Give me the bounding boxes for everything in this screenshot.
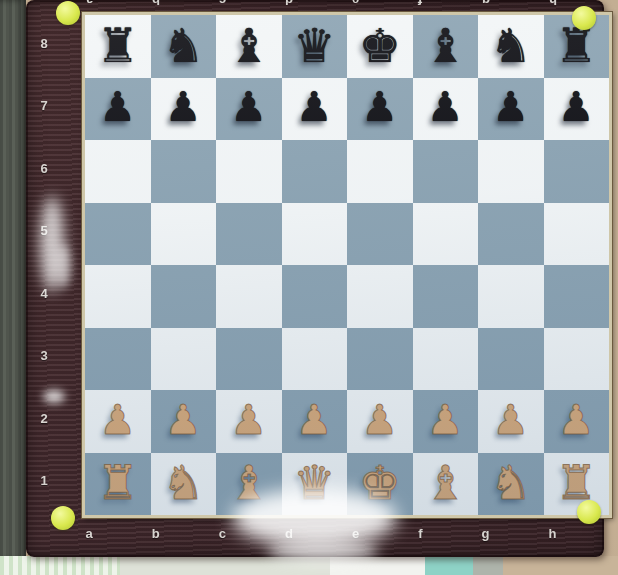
chessboard-photo-scene: 87654321 87654321 abcdefgh abcdefgh ♜♞♝♛…	[0, 0, 618, 575]
square-b7: ♟	[151, 78, 217, 141]
square-c8: ♝	[216, 15, 282, 78]
rank-label-left-4: 4	[40, 286, 47, 301]
square-d7: ♟	[282, 78, 348, 141]
square-g6	[478, 140, 544, 203]
black-king-e8: ♚	[359, 22, 401, 69]
square-f3	[413, 328, 479, 391]
black-pawn-b7: ♟	[165, 87, 202, 128]
square-a3	[85, 328, 151, 391]
white-queen-d1: ♛	[293, 459, 335, 506]
square-b2: ♟	[151, 390, 217, 453]
square-a1: ♜	[85, 453, 151, 516]
square-f1: ♝	[413, 453, 479, 516]
square-b6	[151, 140, 217, 203]
square-h7: ♟	[544, 78, 610, 141]
square-g5	[478, 203, 544, 266]
white-pawn-h2: ♟	[558, 400, 595, 441]
square-h2: ♟	[544, 390, 610, 453]
square-a8: ♜	[85, 15, 151, 78]
file-label-top-b: b	[152, 0, 160, 8]
square-g7: ♟	[478, 78, 544, 141]
file-label-bottom-b: b	[152, 526, 160, 541]
white-knight-g1: ♞	[490, 459, 532, 506]
square-e2: ♟	[347, 390, 413, 453]
square-d3	[282, 328, 348, 391]
rank-label-left-8: 8	[40, 36, 47, 51]
white-pawn-b2: ♟	[165, 400, 202, 441]
corner-pin-top-right	[572, 6, 596, 30]
black-pawn-g7: ♟	[492, 87, 529, 128]
corner-pin-bottom-right	[577, 500, 601, 524]
square-b3	[151, 328, 217, 391]
shelf-item	[0, 556, 120, 575]
square-a4	[85, 265, 151, 328]
background-left-object	[0, 0, 26, 560]
rank-label-left-1: 1	[40, 473, 47, 488]
square-f4	[413, 265, 479, 328]
rank-labels-left: 87654321	[34, 12, 54, 512]
file-label-top-f: f	[418, 0, 422, 8]
file-label-top-e: e	[352, 0, 359, 8]
square-d1: ♛	[282, 453, 348, 516]
shelf-item	[120, 556, 330, 575]
black-knight-b8: ♞	[162, 22, 204, 69]
black-pawn-f7: ♟	[427, 87, 464, 128]
square-g4	[478, 265, 544, 328]
play-area: ♜♞♝♛♚♝♞♜♟♟♟♟♟♟♟♟♟♟♟♟♟♟♟♟♜♞♝♛♚♝♞♜	[82, 12, 612, 518]
square-c2: ♟	[216, 390, 282, 453]
file-label-bottom-g: g	[482, 526, 490, 541]
square-b8: ♞	[151, 15, 217, 78]
file-labels-bottom: abcdefgh	[56, 524, 586, 542]
square-e8: ♚	[347, 15, 413, 78]
black-pawn-h7: ♟	[558, 87, 595, 128]
shelf-item	[425, 556, 473, 575]
square-d2: ♟	[282, 390, 348, 453]
square-f2: ♟	[413, 390, 479, 453]
square-g2: ♟	[478, 390, 544, 453]
corner-pin-top-left	[56, 1, 80, 25]
black-pawn-d7: ♟	[296, 87, 333, 128]
square-g3	[478, 328, 544, 391]
file-label-bottom-f: f	[418, 526, 422, 541]
square-g8: ♞	[478, 15, 544, 78]
square-b5	[151, 203, 217, 266]
square-c4	[216, 265, 282, 328]
square-h6	[544, 140, 610, 203]
background-shelf	[0, 556, 618, 575]
rank-label-left-7: 7	[40, 98, 47, 113]
square-b4	[151, 265, 217, 328]
shelf-item	[473, 556, 503, 575]
square-d5	[282, 203, 348, 266]
square-c5	[216, 203, 282, 266]
square-c6	[216, 140, 282, 203]
square-e6	[347, 140, 413, 203]
square-d6	[282, 140, 348, 203]
square-a5	[85, 203, 151, 266]
file-label-bottom-d: d	[285, 526, 293, 541]
file-label-bottom-h: h	[549, 526, 557, 541]
file-label-top-g: g	[482, 0, 490, 8]
white-pawn-c2: ♟	[230, 400, 267, 441]
square-a2: ♟	[85, 390, 151, 453]
file-label-top-d: d	[285, 0, 293, 8]
white-bishop-f1: ♝	[424, 459, 466, 506]
file-label-top-a: a	[86, 0, 93, 8]
white-bishop-c1: ♝	[228, 459, 270, 506]
square-d8: ♛	[282, 15, 348, 78]
square-f6	[413, 140, 479, 203]
square-a6	[85, 140, 151, 203]
square-h3	[544, 328, 610, 391]
file-label-bottom-a: a	[86, 526, 93, 541]
black-bishop-f8: ♝	[424, 22, 466, 69]
black-pawn-c7: ♟	[230, 87, 267, 128]
square-e5	[347, 203, 413, 266]
white-king-e1: ♚	[359, 459, 401, 506]
square-e1: ♚	[347, 453, 413, 516]
black-knight-g8: ♞	[490, 22, 532, 69]
shelf-item	[330, 556, 425, 575]
chessboard-frame: 87654321 87654321 abcdefgh abcdefgh ♜♞♝♛…	[26, 0, 604, 557]
chessboard: ♜♞♝♛♚♝♞♜♟♟♟♟♟♟♟♟♟♟♟♟♟♟♟♟♜♞♝♛♚♝♞♜	[85, 15, 609, 515]
file-label-bottom-e: e	[352, 526, 359, 541]
square-d4	[282, 265, 348, 328]
rank-label-left-5: 5	[40, 223, 47, 238]
black-rook-a8: ♜	[97, 22, 139, 69]
square-g1: ♞	[478, 453, 544, 516]
file-label-bottom-c: c	[219, 526, 226, 541]
square-f8: ♝	[413, 15, 479, 78]
rank-label-left-2: 2	[40, 411, 47, 426]
square-c7: ♟	[216, 78, 282, 141]
black-pawn-e7: ♟	[361, 87, 398, 128]
white-rook-a1: ♜	[97, 459, 139, 506]
file-label-top-c: c	[219, 0, 226, 8]
black-pawn-a7: ♟	[99, 87, 136, 128]
square-f5	[413, 203, 479, 266]
white-knight-b1: ♞	[162, 459, 204, 506]
square-a7: ♟	[85, 78, 151, 141]
white-pawn-g2: ♟	[492, 400, 529, 441]
black-queen-d8: ♛	[293, 22, 335, 69]
white-pawn-d2: ♟	[296, 400, 333, 441]
square-b1: ♞	[151, 453, 217, 516]
square-e3	[347, 328, 413, 391]
square-c1: ♝	[216, 453, 282, 516]
white-pawn-e2: ♟	[361, 400, 398, 441]
white-pawn-f2: ♟	[427, 400, 464, 441]
shelf-item	[503, 556, 618, 575]
rank-label-left-6: 6	[40, 161, 47, 176]
white-pawn-a2: ♟	[99, 400, 136, 441]
file-labels-top: abcdefgh	[56, 0, 586, 9]
black-bishop-c8: ♝	[228, 22, 270, 69]
file-label-top-h: h	[549, 0, 557, 8]
corner-pin-bottom-left	[51, 506, 75, 530]
square-e4	[347, 265, 413, 328]
black-rook-h8: ♜	[555, 22, 597, 69]
square-h5	[544, 203, 610, 266]
square-c3	[216, 328, 282, 391]
rank-label-left-3: 3	[40, 348, 47, 363]
square-f7: ♟	[413, 78, 479, 141]
square-e7: ♟	[347, 78, 413, 141]
square-h4	[544, 265, 610, 328]
